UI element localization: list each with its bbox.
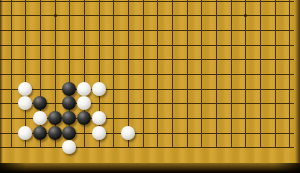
grid-line-vertical	[216, 0, 217, 148]
grid-line-vertical	[289, 0, 290, 148]
white-stone[interactable]	[62, 140, 76, 154]
grid-line-horizontal	[0, 59, 294, 60]
board-edge-bottom-side	[0, 163, 300, 173]
grid-line-vertical	[84, 0, 85, 148]
white-stone[interactable]	[121, 126, 135, 140]
grid-line-horizontal	[0, 30, 294, 31]
grid-line-horizontal	[0, 45, 294, 46]
grid-line-horizontal	[0, 74, 294, 75]
grid-line-vertical	[245, 0, 246, 148]
white-stone[interactable]	[18, 82, 32, 96]
grid-line-vertical	[231, 0, 232, 148]
grid-line-horizontal	[0, 89, 294, 90]
board-edge-right-shadow	[295, 0, 300, 166]
black-stone[interactable]	[62, 96, 76, 110]
grid-line-vertical	[201, 0, 202, 148]
white-stone[interactable]	[77, 82, 91, 96]
grid-line-vertical	[157, 0, 158, 148]
grid-line-horizontal	[0, 15, 294, 16]
white-stone[interactable]	[77, 96, 91, 110]
grid-line-vertical	[275, 0, 276, 148]
grid-line-vertical	[260, 0, 261, 148]
white-stone[interactable]	[92, 126, 106, 140]
star-point	[244, 14, 247, 17]
black-stone[interactable]	[62, 126, 76, 140]
grid-line-vertical	[11, 0, 12, 148]
white-stone[interactable]	[18, 96, 32, 110]
black-stone[interactable]	[33, 126, 47, 140]
black-stone[interactable]	[48, 126, 62, 140]
grid-line-horizontal	[0, 1, 294, 2]
white-stone[interactable]	[18, 126, 32, 140]
black-stone[interactable]	[48, 111, 62, 125]
black-stone[interactable]	[62, 82, 76, 96]
board-edge-left-shadow	[0, 0, 3, 166]
white-stone[interactable]	[92, 111, 106, 125]
grid-line-vertical	[143, 0, 144, 148]
grid-line-horizontal	[0, 147, 294, 148]
star-point	[54, 14, 57, 17]
grid-line-vertical	[172, 0, 173, 148]
grid-line-vertical	[113, 0, 114, 148]
black-stone[interactable]	[62, 111, 76, 125]
white-stone[interactable]	[33, 111, 47, 125]
black-stone[interactable]	[77, 111, 91, 125]
go-board[interactable]	[0, 0, 300, 173]
black-stone[interactable]	[33, 96, 47, 110]
grid-line-vertical	[187, 0, 188, 148]
white-stone[interactable]	[92, 82, 106, 96]
